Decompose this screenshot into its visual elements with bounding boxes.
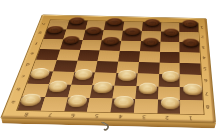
coordinate-label: 6	[204, 78, 208, 82]
coordinate-label: 7	[205, 91, 209, 95]
coordinate-label: 2	[201, 35, 204, 38]
board-square[interactable]	[180, 63, 201, 75]
coordinate-label: 1	[200, 26, 203, 29]
board-square[interactable]	[160, 41, 180, 52]
coordinate-label: 1	[189, 116, 193, 121]
checker-glyph: ⛂	[66, 37, 76, 44]
coordinate-label: 4	[118, 114, 122, 119]
light-checker[interactable]: ⛀	[113, 95, 134, 108]
board-square[interactable]: ⛂	[100, 40, 122, 51]
board-square[interactable]	[134, 99, 158, 113]
checker-glyph: ⛂	[110, 19, 119, 25]
board-square[interactable]: ⛂	[180, 42, 200, 53]
board-square[interactable]	[138, 62, 160, 74]
board-square[interactable]: ⛀	[90, 85, 115, 98]
board-square[interactable]	[180, 100, 203, 114]
checker-glyph: ⛂	[72, 18, 82, 24]
light-checker[interactable]: ⛀	[73, 69, 93, 80]
coordinate-label: f	[35, 41, 38, 44]
board-square[interactable]: ⛀	[158, 74, 180, 87]
light-checker[interactable]: ⛀	[138, 83, 157, 95]
checker-glyph: ⛀	[34, 69, 46, 77]
dark-checker[interactable]: ⛂	[182, 19, 198, 27]
checker-glyph: ⛀	[118, 97, 129, 106]
board-square[interactable]: ⛀	[17, 96, 45, 110]
board-skew-wrapper: ⛂⛂⛂⛂⛂⛂⛂⛂⛂⛂⛂⛂⛀⛀⛀⛀⛀⛀⛀⛀⛀⛀⛀⛀ 87654321 hgfedc…	[0, 0, 220, 135]
light-checker[interactable]: ⛀	[29, 68, 51, 79]
coordinate-label: 5	[203, 67, 207, 71]
dark-checker[interactable]: ⛂	[143, 38, 160, 47]
board-square[interactable]: ⛂	[179, 23, 198, 33]
board-square[interactable]: ⛂	[140, 41, 160, 52]
board-square[interactable]	[95, 61, 118, 73]
coordinate-label: 3	[202, 45, 205, 48]
coordinate-label: 8	[24, 112, 29, 117]
dark-checker[interactable]: ⛂	[124, 27, 141, 36]
coordinate-label: a	[11, 100, 16, 105]
light-checker[interactable]: ⛀	[19, 93, 42, 106]
checker-glyph: ⛀	[24, 95, 37, 104]
board-square[interactable]: ⛀	[115, 73, 138, 86]
checker-glyph: ⛂	[106, 38, 116, 45]
board-square[interactable]	[159, 52, 180, 63]
checkers-board: ⛂⛂⛂⛂⛂⛂⛂⛂⛂⛂⛂⛂⛀⛀⛀⛀⛀⛀⛀⛀⛀⛀⛀⛀	[16, 19, 204, 115]
coordinate-label: g	[38, 32, 42, 35]
board-square[interactable]	[180, 52, 201, 63]
light-checker[interactable]: ⛀	[117, 70, 136, 81]
dark-checker[interactable]: ⛂	[68, 17, 86, 25]
board-square[interactable]: ⛀	[110, 98, 135, 112]
board-square[interactable]: ⛀	[71, 72, 95, 85]
checker-glyph: ⛂	[128, 29, 137, 36]
dark-checker[interactable]: ⛂	[45, 26, 64, 35]
coordinate-label: 3	[142, 114, 146, 119]
dark-checker[interactable]: ⛂	[85, 27, 103, 36]
dark-checker[interactable]: ⛂	[62, 36, 81, 45]
checker-glyph: ⛂	[186, 21, 194, 27]
dark-checker[interactable]: ⛂	[144, 19, 160, 27]
board-square[interactable]	[87, 98, 112, 112]
board-square[interactable]	[98, 50, 120, 61]
board-square[interactable]	[120, 41, 141, 52]
board-square[interactable]: ⛀	[27, 71, 53, 84]
board-square[interactable]: ⛂	[104, 21, 124, 31]
board-perspective: ⛂⛂⛂⛂⛂⛂⛂⛂⛂⛂⛂⛂⛀⛀⛀⛀⛀⛀⛀⛀⛀⛀⛀⛀ 87654321 hgfedc…	[0, 14, 216, 123]
dark-checker[interactable]: ⛂	[163, 28, 179, 37]
checker-glyph: ⛂	[89, 28, 99, 35]
checker-glyph: ⛀	[78, 70, 89, 78]
checker-glyph: ⛂	[50, 27, 60, 34]
checker-glyph: ⛀	[97, 83, 108, 92]
board-tilt-wrapper: ⛂⛂⛂⛂⛂⛂⛂⛂⛂⛂⛂⛂⛀⛀⛀⛀⛀⛀⛀⛀⛀⛀⛀⛀ 87654321 hgfedc…	[0, 0, 220, 135]
coordinate-label: 7	[48, 112, 53, 117]
board-square[interactable]: ⛀	[135, 86, 158, 100]
light-checker[interactable]: ⛀	[66, 94, 88, 107]
board-square[interactable]: ⛀	[157, 99, 180, 113]
checker-glyph: ⛀	[143, 84, 153, 93]
coordinate-label: 5	[95, 113, 100, 118]
board-square[interactable]	[80, 40, 102, 51]
board-square[interactable]	[77, 50, 100, 61]
clasp-icon	[99, 122, 111, 133]
checker-glyph: ⛀	[165, 98, 175, 107]
checker-glyph: ⛀	[188, 85, 198, 94]
light-checker[interactable]: ⛀	[161, 71, 179, 82]
board-square[interactable]: ⛂	[83, 30, 104, 40]
coordinate-label: h	[42, 22, 46, 25]
light-checker[interactable]: ⛀	[47, 81, 69, 93]
checker-glyph: ⛂	[147, 39, 156, 46]
coordinate-label: 8	[206, 104, 210, 109]
board-frame: ⛂⛂⛂⛂⛂⛂⛂⛂⛂⛂⛂⛂⛀⛀⛀⛀⛀⛀⛀⛀⛀⛀⛀⛀ 87654321 hgfedc…	[0, 14, 216, 123]
coordinate-label: 4	[202, 56, 206, 60]
checker-glyph: ⛀	[71, 96, 83, 105]
coordinate-label: b	[16, 87, 21, 91]
board-square[interactable]	[139, 51, 160, 62]
checker-glyph: ⛀	[52, 82, 64, 91]
coordinate-label: e	[30, 52, 35, 56]
dark-checker[interactable]: ⛂	[102, 37, 120, 46]
board-square[interactable]: ⛂	[142, 22, 161, 32]
board-square[interactable]: ⛀	[64, 97, 90, 111]
board-square[interactable]: ⛀	[180, 87, 203, 101]
light-checker[interactable]: ⛀	[184, 84, 203, 96]
light-checker[interactable]: ⛀	[160, 96, 179, 109]
board-square[interactable]: ⛂	[121, 31, 141, 41]
dark-checker[interactable]: ⛂	[183, 39, 200, 48]
board-photo: ⛂⛂⛂⛂⛂⛂⛂⛂⛂⛂⛂⛂⛀⛀⛀⛀⛀⛀⛀⛀⛀⛀⛀⛀ 87654321 hgfedc…	[0, 0, 220, 135]
board-square[interactable]: ⛀	[45, 84, 71, 97]
board-square[interactable]: ⛂	[160, 32, 179, 42]
coordinate-label: d	[26, 63, 31, 67]
dark-checker[interactable]: ⛂	[106, 18, 123, 26]
checker-glyph: ⛂	[187, 40, 196, 47]
light-checker[interactable]: ⛀	[92, 82, 113, 94]
checker-glyph: ⛀	[166, 72, 175, 80]
checker-glyph: ⛂	[148, 20, 156, 26]
checker-glyph: ⛀	[122, 71, 132, 79]
board-square[interactable]	[40, 39, 63, 50]
coordinate-label: 6	[71, 113, 76, 118]
coordinate-label: c	[21, 74, 26, 78]
checker-glyph: ⛂	[167, 29, 175, 36]
board-square[interactable]	[118, 51, 140, 62]
coordinate-label: 2	[166, 115, 170, 120]
